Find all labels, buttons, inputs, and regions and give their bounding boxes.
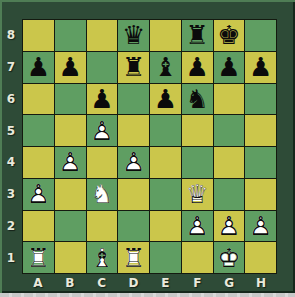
square-f6[interactable]: ♞ <box>182 84 213 115</box>
square-e2[interactable] <box>150 211 181 242</box>
pawn-glyph: ♟ <box>90 86 113 112</box>
square-h1[interactable] <box>245 242 276 273</box>
chess-diagram: 87654321 ABCDEFGH ♛♜♚♟♟♜♝♟♟♟♟♟♞♟♙♟♙♟♙♟♙♞… <box>0 0 295 297</box>
piece-white-king: ♚♔ <box>217 245 240 271</box>
square-h6[interactable] <box>245 84 276 115</box>
square-f7[interactable]: ♟ <box>182 52 213 83</box>
square-d4[interactable]: ♟♙ <box>118 147 149 178</box>
king-outline-glyph: ♔ <box>217 245 240 271</box>
square-e8[interactable] <box>150 20 181 51</box>
rank-label-8: 8 <box>0 19 22 51</box>
piece-black-pawn: ♟ <box>249 54 272 80</box>
square-d6[interactable] <box>118 84 149 115</box>
piece-white-rook: ♜♖ <box>27 245 50 271</box>
square-a5[interactable] <box>23 115 54 146</box>
piece-black-pawn: ♟ <box>185 54 208 80</box>
pawn-glyph: ♟ <box>185 54 208 80</box>
piece-black-rook: ♜ <box>185 22 208 48</box>
square-c7[interactable] <box>87 52 118 83</box>
piece-white-pawn: ♟♙ <box>185 213 208 239</box>
square-g1[interactable]: ♚♔ <box>214 242 245 273</box>
square-g7[interactable]: ♟ <box>214 52 245 83</box>
square-c6[interactable]: ♟ <box>87 84 118 115</box>
piece-white-pawn: ♟♙ <box>90 118 113 144</box>
piece-white-pawn: ♟♙ <box>249 213 272 239</box>
king-glyph: ♚ <box>217 22 240 48</box>
pawn-outline-glyph: ♙ <box>58 149 81 175</box>
square-e1[interactable] <box>150 242 181 273</box>
pawn-glyph: ♟ <box>249 54 272 80</box>
pawn-outline-glyph: ♙ <box>27 181 50 207</box>
square-f5[interactable] <box>182 115 213 146</box>
square-g2[interactable]: ♟♙ <box>214 211 245 242</box>
file-label-g: G <box>213 274 245 292</box>
queen-outline-glyph: ♕ <box>185 181 208 207</box>
square-c1[interactable]: ♝♗ <box>87 242 118 273</box>
square-d5[interactable] <box>118 115 149 146</box>
rank-label-3: 3 <box>0 178 22 210</box>
piece-black-pawn: ♟ <box>27 54 50 80</box>
queen-glyph: ♛ <box>122 22 145 48</box>
square-d1[interactable]: ♜♖ <box>118 242 149 273</box>
rank-label-7: 7 <box>0 51 22 83</box>
square-g4[interactable] <box>214 147 245 178</box>
piece-black-rook: ♜ <box>122 54 145 80</box>
square-a7[interactable]: ♟ <box>23 52 54 83</box>
rank-label-5: 5 <box>0 115 22 147</box>
file-label-a: A <box>22 274 54 292</box>
pawn-glyph: ♟ <box>154 86 177 112</box>
piece-white-pawn: ♟♙ <box>122 149 145 175</box>
square-b5[interactable] <box>55 115 86 146</box>
rook-glyph: ♜ <box>122 54 145 80</box>
bishop-glyph: ♝ <box>154 54 177 80</box>
square-a8[interactable] <box>23 20 54 51</box>
square-g3[interactable] <box>214 179 245 210</box>
piece-white-pawn: ♟♙ <box>58 149 81 175</box>
rank-label-6: 6 <box>0 83 22 115</box>
pawn-outline-glyph: ♙ <box>249 213 272 239</box>
square-b1[interactable] <box>55 242 86 273</box>
square-b3[interactable] <box>55 179 86 210</box>
piece-white-bishop: ♝♗ <box>90 245 113 271</box>
knight-glyph: ♞ <box>185 86 208 112</box>
square-a3[interactable]: ♟♙ <box>23 179 54 210</box>
rook-glyph: ♜ <box>185 22 208 48</box>
rank-label-2: 2 <box>0 210 22 242</box>
square-h7[interactable]: ♟ <box>245 52 276 83</box>
piece-black-bishop: ♝ <box>154 54 177 80</box>
square-g5[interactable] <box>214 115 245 146</box>
square-a4[interactable] <box>23 147 54 178</box>
square-h3[interactable] <box>245 179 276 210</box>
pawn-glyph: ♟ <box>27 54 50 80</box>
pawn-outline-glyph: ♙ <box>90 118 113 144</box>
pawn-glyph: ♟ <box>58 54 81 80</box>
square-f2[interactable]: ♟♙ <box>182 211 213 242</box>
square-c4[interactable] <box>87 147 118 178</box>
square-c2[interactable] <box>87 211 118 242</box>
square-e5[interactable] <box>150 115 181 146</box>
file-label-e: E <box>150 274 182 292</box>
piece-black-pawn: ♟ <box>90 86 113 112</box>
bottom-strip <box>0 293 295 297</box>
square-b8[interactable] <box>55 20 86 51</box>
pawn-outline-glyph: ♙ <box>185 213 208 239</box>
piece-black-pawn: ♟ <box>154 86 177 112</box>
file-label-b: B <box>54 274 86 292</box>
square-a1[interactable]: ♜♖ <box>23 242 54 273</box>
piece-white-queen: ♛♕ <box>185 181 208 207</box>
square-a6[interactable] <box>23 84 54 115</box>
rank-label-1: 1 <box>0 242 22 274</box>
square-a2[interactable] <box>23 211 54 242</box>
rank-label-4: 4 <box>0 147 22 179</box>
square-e6[interactable]: ♟ <box>150 84 181 115</box>
piece-black-king: ♚ <box>217 22 240 48</box>
square-f1[interactable] <box>182 242 213 273</box>
square-f3[interactable]: ♛♕ <box>182 179 213 210</box>
piece-black-queen: ♛ <box>122 22 145 48</box>
square-e3[interactable] <box>150 179 181 210</box>
piece-black-pawn: ♟ <box>217 54 240 80</box>
square-e7[interactable]: ♝ <box>150 52 181 83</box>
bishop-outline-glyph: ♗ <box>90 245 113 271</box>
piece-black-pawn: ♟ <box>58 54 81 80</box>
pawn-outline-glyph: ♙ <box>122 149 145 175</box>
square-h5[interactable] <box>245 115 276 146</box>
file-label-d: D <box>118 274 150 292</box>
square-f4[interactable] <box>182 147 213 178</box>
square-h4[interactable] <box>245 147 276 178</box>
square-b2[interactable] <box>55 211 86 242</box>
square-g6[interactable] <box>214 84 245 115</box>
file-label-h: H <box>245 274 277 292</box>
square-c8[interactable] <box>87 20 118 51</box>
square-h8[interactable] <box>245 20 276 51</box>
square-e4[interactable] <box>150 147 181 178</box>
square-d2[interactable] <box>118 211 149 242</box>
square-c5[interactable]: ♟♙ <box>87 115 118 146</box>
knight-outline-glyph: ♘ <box>90 181 113 207</box>
file-label-c: C <box>86 274 118 292</box>
pawn-glyph: ♟ <box>217 54 240 80</box>
rook-outline-glyph: ♖ <box>27 245 50 271</box>
piece-white-knight: ♞♘ <box>90 181 113 207</box>
square-d8[interactable]: ♛ <box>118 20 149 51</box>
square-g8[interactable]: ♚ <box>214 20 245 51</box>
square-c3[interactable]: ♞♘ <box>87 179 118 210</box>
square-d3[interactable] <box>118 179 149 210</box>
square-b6[interactable] <box>55 84 86 115</box>
pawn-outline-glyph: ♙ <box>217 213 240 239</box>
square-b7[interactable]: ♟ <box>55 52 86 83</box>
square-f8[interactable]: ♜ <box>182 20 213 51</box>
rank-labels: 87654321 <box>0 19 22 274</box>
piece-white-pawn: ♟♙ <box>27 181 50 207</box>
piece-white-pawn: ♟♙ <box>217 213 240 239</box>
file-label-f: F <box>181 274 213 292</box>
chess-board: ♛♜♚♟♟♜♝♟♟♟♟♟♞♟♙♟♙♟♙♟♙♞♘♛♕♟♙♟♙♟♙♜♖♝♗♜♖♚♔ <box>22 19 277 274</box>
square-b4[interactable]: ♟♙ <box>55 147 86 178</box>
square-d7[interactable]: ♜ <box>118 52 149 83</box>
piece-black-knight: ♞ <box>185 86 208 112</box>
square-h2[interactable]: ♟♙ <box>245 211 276 242</box>
file-labels: ABCDEFGH <box>22 274 277 292</box>
rook-outline-glyph: ♖ <box>122 245 145 271</box>
piece-white-rook: ♜♖ <box>122 245 145 271</box>
